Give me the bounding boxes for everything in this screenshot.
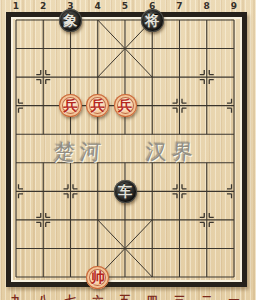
- file-label-bottom-3: 七: [64, 293, 78, 300]
- red-soldier[interactable]: 兵: [59, 94, 82, 117]
- file-label-bottom-1: 九: [9, 293, 23, 300]
- file-label-top-8: 8: [201, 1, 213, 11]
- file-label-bottom-4: 六: [91, 293, 105, 300]
- file-label-bottom-8: 二: [200, 293, 214, 300]
- file-label-bottom-7: 三: [173, 293, 187, 300]
- board-grid: [0, 0, 256, 300]
- file-label-top-5: 5: [119, 1, 131, 11]
- file-label-bottom-6: 四: [145, 293, 159, 300]
- file-label-top-4: 4: [92, 1, 104, 11]
- file-label-bottom-9: 一: [227, 293, 241, 300]
- black-general[interactable]: 将: [141, 9, 164, 32]
- file-label-top-1: 1: [10, 1, 22, 11]
- file-label-bottom-2: 八: [36, 293, 50, 300]
- river-label-right: 汉界: [145, 141, 199, 163]
- file-label-top-2: 2: [37, 1, 49, 11]
- file-label-bottom-5: 五: [118, 293, 132, 300]
- red-general[interactable]: 帅: [86, 266, 109, 289]
- file-label-top-9: 9: [228, 1, 240, 11]
- black-elephant[interactable]: 象: [59, 9, 82, 32]
- red-soldier[interactable]: 兵: [114, 94, 137, 117]
- river-label-left: 楚河: [53, 141, 107, 163]
- file-label-top-7: 7: [174, 1, 186, 11]
- xiangqi-board-screenshot: 123456789 九八七六五四三二一 楚河 汉界 象将兵兵兵车帅: [0, 0, 256, 300]
- black-chariot[interactable]: 车: [114, 180, 137, 203]
